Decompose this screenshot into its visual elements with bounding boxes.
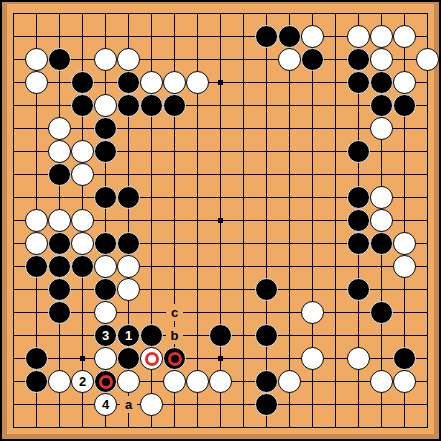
stone-white bbox=[48, 140, 71, 163]
stone-black bbox=[255, 393, 278, 416]
stone-white bbox=[117, 278, 140, 301]
stone-white bbox=[370, 48, 393, 71]
stone-white bbox=[140, 347, 163, 370]
stone-black bbox=[48, 48, 71, 71]
stone-white bbox=[393, 255, 416, 278]
stone-black bbox=[25, 370, 48, 393]
stone-black bbox=[163, 347, 186, 370]
stone-white bbox=[71, 140, 94, 163]
stone-white bbox=[71, 163, 94, 186]
star-point bbox=[218, 356, 223, 361]
stone-white bbox=[140, 393, 163, 416]
stone-white bbox=[163, 71, 186, 94]
stone-black bbox=[255, 278, 278, 301]
stone-black bbox=[393, 347, 416, 370]
stone-black bbox=[370, 71, 393, 94]
stone-black bbox=[94, 370, 117, 393]
stone-white bbox=[186, 370, 209, 393]
stone-white bbox=[25, 48, 48, 71]
stone-white-numbered: 2 bbox=[71, 370, 94, 393]
stone-white bbox=[370, 209, 393, 232]
stone-black bbox=[94, 140, 117, 163]
stone-white bbox=[94, 48, 117, 71]
stone-black bbox=[140, 324, 163, 347]
stone-black bbox=[347, 71, 370, 94]
stone-black bbox=[255, 324, 278, 347]
stone-white bbox=[94, 301, 117, 324]
stone-white bbox=[25, 209, 48, 232]
stone-black bbox=[94, 278, 117, 301]
point-label-a: a bbox=[120, 396, 137, 413]
stone-black bbox=[255, 25, 278, 48]
stone-black bbox=[71, 94, 94, 117]
stone-white bbox=[278, 370, 301, 393]
stone-black bbox=[347, 48, 370, 71]
stone-white bbox=[186, 71, 209, 94]
stone-black bbox=[117, 186, 140, 209]
stone-white bbox=[117, 255, 140, 278]
stone-black bbox=[25, 255, 48, 278]
point-label-c: c bbox=[166, 304, 183, 321]
stone-white bbox=[416, 48, 439, 71]
stone-black-numbered: 3 bbox=[94, 324, 117, 347]
stone-black bbox=[48, 301, 71, 324]
stone-black bbox=[393, 94, 416, 117]
stone-white bbox=[370, 25, 393, 48]
stone-white bbox=[163, 370, 186, 393]
stone-black bbox=[94, 117, 117, 140]
stone-white bbox=[94, 94, 117, 117]
stone-white bbox=[370, 186, 393, 209]
stone-black bbox=[370, 94, 393, 117]
stone-black bbox=[140, 94, 163, 117]
stone-white bbox=[347, 25, 370, 48]
stone-white bbox=[393, 25, 416, 48]
stone-black bbox=[94, 186, 117, 209]
stone-black bbox=[255, 370, 278, 393]
stone-white bbox=[393, 232, 416, 255]
stone-white bbox=[48, 209, 71, 232]
stone-black bbox=[347, 278, 370, 301]
stone-white bbox=[25, 232, 48, 255]
stone-black bbox=[117, 347, 140, 370]
circle-mark bbox=[145, 352, 159, 366]
stone-black bbox=[94, 232, 117, 255]
stone-white bbox=[94, 347, 117, 370]
stone-black bbox=[163, 94, 186, 117]
stone-black bbox=[347, 186, 370, 209]
stone-black bbox=[48, 232, 71, 255]
stone-black bbox=[25, 347, 48, 370]
stone-black bbox=[71, 71, 94, 94]
stone-white bbox=[278, 48, 301, 71]
stone-black bbox=[370, 301, 393, 324]
stone-black bbox=[370, 232, 393, 255]
stone-white bbox=[117, 48, 140, 71]
stone-white bbox=[94, 255, 117, 278]
stone-white bbox=[71, 209, 94, 232]
stone-white bbox=[347, 347, 370, 370]
stone-white bbox=[209, 370, 232, 393]
stone-black bbox=[347, 209, 370, 232]
stone-white bbox=[117, 370, 140, 393]
stone-black bbox=[117, 232, 140, 255]
point-label-b: b bbox=[166, 327, 183, 344]
stone-white-numbered: 4 bbox=[94, 393, 117, 416]
stone-black bbox=[347, 140, 370, 163]
board-frame-shade-left bbox=[2, 2, 7, 439]
stone-white bbox=[140, 71, 163, 94]
stone-white bbox=[370, 117, 393, 140]
board-frame-shade-bottom bbox=[2, 434, 439, 439]
stone-white bbox=[48, 117, 71, 140]
stone-white bbox=[393, 71, 416, 94]
star-point bbox=[80, 356, 85, 361]
star-point bbox=[218, 80, 223, 85]
stone-black bbox=[278, 25, 301, 48]
stone-white bbox=[301, 25, 324, 48]
stone-white bbox=[71, 232, 94, 255]
star-point bbox=[218, 218, 223, 223]
stone-white bbox=[370, 370, 393, 393]
stone-black bbox=[48, 278, 71, 301]
stone-white bbox=[301, 301, 324, 324]
stone-black bbox=[301, 48, 324, 71]
stone-black bbox=[48, 255, 71, 278]
circle-mark bbox=[99, 375, 113, 389]
stone-black-numbered: 1 bbox=[117, 324, 140, 347]
stone-white bbox=[48, 370, 71, 393]
stone-white bbox=[301, 347, 324, 370]
stone-black bbox=[209, 324, 232, 347]
stone-white bbox=[25, 71, 48, 94]
stone-black bbox=[117, 94, 140, 117]
stone-white bbox=[393, 370, 416, 393]
stone-black bbox=[117, 71, 140, 94]
stone-black bbox=[71, 255, 94, 278]
stone-black bbox=[347, 232, 370, 255]
circle-mark bbox=[168, 352, 182, 366]
go-board: 3124abc bbox=[0, 0, 441, 441]
stone-black bbox=[48, 163, 71, 186]
board-frame-shade-top bbox=[2, 2, 439, 4]
